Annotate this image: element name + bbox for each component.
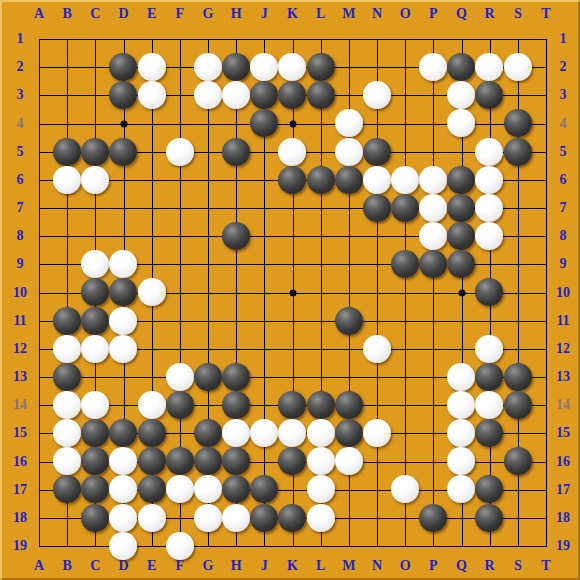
column-label-bottom: Q xyxy=(456,558,467,574)
intersection-S4 xyxy=(504,109,532,137)
black-stone xyxy=(504,363,532,391)
row-label-left: 7 xyxy=(17,200,24,216)
intersection-N3 xyxy=(363,81,391,109)
intersection-R14 xyxy=(475,391,503,419)
black-stone xyxy=(109,138,137,166)
intersection-D16 xyxy=(109,447,137,475)
intersection-B12 xyxy=(53,335,81,363)
column-label-top: O xyxy=(400,6,411,22)
intersection-S14 xyxy=(504,391,532,419)
intersection-B5 xyxy=(53,138,81,166)
black-stone xyxy=(278,166,306,194)
intersection-G13 xyxy=(194,363,222,391)
intersection-G16 xyxy=(194,447,222,475)
white-stone xyxy=(53,447,81,475)
white-stone xyxy=(475,53,503,81)
intersection-G15 xyxy=(194,419,222,447)
black-stone xyxy=(222,363,250,391)
intersection-B16 xyxy=(53,447,81,475)
black-stone xyxy=(222,138,250,166)
white-stone xyxy=(475,166,503,194)
intersection-L14 xyxy=(306,391,334,419)
intersection-F19 xyxy=(166,532,194,560)
intersection-N5 xyxy=(363,138,391,166)
black-stone xyxy=(335,307,363,335)
intersection-N6 xyxy=(363,166,391,194)
white-stone xyxy=(475,138,503,166)
white-stone xyxy=(81,391,109,419)
white-stone xyxy=(166,363,194,391)
intersection-H5 xyxy=(222,138,250,166)
intersection-R7 xyxy=(475,194,503,222)
white-stone xyxy=(419,194,447,222)
column-label-top: Q xyxy=(456,6,467,22)
column-label-bottom: R xyxy=(485,558,495,574)
intersection-D9 xyxy=(109,250,137,278)
black-stone xyxy=(81,504,109,532)
white-stone xyxy=(194,504,222,532)
row-label-left: 8 xyxy=(17,228,24,244)
white-stone xyxy=(391,166,419,194)
white-stone xyxy=(109,504,137,532)
intersection-O17 xyxy=(391,475,419,503)
black-stone xyxy=(250,504,278,532)
black-stone xyxy=(109,53,137,81)
intersection-S13 xyxy=(504,363,532,391)
white-stone xyxy=(475,391,503,419)
black-stone xyxy=(419,504,447,532)
row-label-right: 5 xyxy=(560,144,567,160)
white-stone xyxy=(109,475,137,503)
intersection-D11 xyxy=(109,306,137,334)
white-stone xyxy=(53,166,81,194)
white-stone xyxy=(447,81,475,109)
column-label-bottom: N xyxy=(372,558,382,574)
black-stone xyxy=(222,475,250,503)
intersection-M4 xyxy=(335,109,363,137)
row-label-right: 3 xyxy=(560,87,567,103)
black-stone xyxy=(81,307,109,335)
intersection-K16 xyxy=(278,447,306,475)
intersection-H3 xyxy=(222,81,250,109)
intersection-M6 xyxy=(335,166,363,194)
intersection-H17 xyxy=(222,475,250,503)
intersection-E16 xyxy=(138,447,166,475)
intersection-D10 xyxy=(109,278,137,306)
intersection-Q14 xyxy=(447,391,475,419)
row-label-left: 6 xyxy=(17,172,24,188)
intersection-N7 xyxy=(363,194,391,222)
column-label-bottom: J xyxy=(261,558,268,574)
column-label-bottom: L xyxy=(316,558,325,574)
intersection-J2 xyxy=(250,53,278,81)
intersection-R12 xyxy=(475,335,503,363)
intersection-Q7 xyxy=(447,194,475,222)
black-stone xyxy=(335,391,363,419)
white-stone xyxy=(363,166,391,194)
white-stone xyxy=(166,138,194,166)
column-label-top: G xyxy=(203,6,214,22)
column-label-top: D xyxy=(118,6,128,22)
white-stone xyxy=(475,335,503,363)
intersection-C14 xyxy=(81,391,109,419)
intersection-P6 xyxy=(419,166,447,194)
white-stone xyxy=(447,447,475,475)
white-stone xyxy=(81,335,109,363)
white-stone xyxy=(109,532,137,560)
intersection-P9 xyxy=(419,250,447,278)
white-stone xyxy=(475,222,503,250)
column-label-top: P xyxy=(429,6,438,22)
intersection-M14 xyxy=(335,391,363,419)
row-label-right: 8 xyxy=(560,228,567,244)
black-stone xyxy=(194,363,222,391)
intersection-K14 xyxy=(278,391,306,419)
intersection-R6 xyxy=(475,166,503,194)
black-stone xyxy=(335,419,363,447)
intersection-G3 xyxy=(194,81,222,109)
intersection-C9 xyxy=(81,250,109,278)
black-stone xyxy=(391,250,419,278)
stones-grid xyxy=(25,25,560,560)
black-stone xyxy=(222,447,250,475)
black-stone xyxy=(504,138,532,166)
black-stone xyxy=(53,307,81,335)
intersection-E17 xyxy=(138,475,166,503)
column-label-top: S xyxy=(514,6,522,22)
intersection-M5 xyxy=(335,138,363,166)
white-stone xyxy=(447,363,475,391)
white-stone xyxy=(138,504,166,532)
intersection-B14 xyxy=(53,391,81,419)
intersection-H16 xyxy=(222,447,250,475)
black-stone xyxy=(81,447,109,475)
column-label-top: C xyxy=(90,6,100,22)
white-stone xyxy=(335,109,363,137)
white-stone xyxy=(307,475,335,503)
intersection-F16 xyxy=(166,447,194,475)
white-stone xyxy=(138,53,166,81)
white-stone xyxy=(222,81,250,109)
white-stone xyxy=(363,419,391,447)
intersection-R10 xyxy=(475,278,503,306)
intersection-F5 xyxy=(166,138,194,166)
black-stone xyxy=(447,250,475,278)
intersection-K15 xyxy=(278,419,306,447)
white-stone xyxy=(363,335,391,363)
white-stone xyxy=(419,166,447,194)
intersection-N15 xyxy=(363,419,391,447)
row-label-left: 3 xyxy=(17,87,24,103)
black-stone xyxy=(307,53,335,81)
intersection-G2 xyxy=(194,53,222,81)
intersection-E3 xyxy=(138,81,166,109)
white-stone xyxy=(194,475,222,503)
intersection-M11 xyxy=(335,306,363,334)
intersection-J3 xyxy=(250,81,278,109)
row-label-right: 2 xyxy=(560,59,567,75)
black-stone xyxy=(504,447,532,475)
intersection-J17 xyxy=(250,475,278,503)
black-stone xyxy=(504,109,532,137)
white-stone xyxy=(391,475,419,503)
intersection-Q6 xyxy=(447,166,475,194)
white-stone xyxy=(447,109,475,137)
column-label-bottom: M xyxy=(342,558,355,574)
white-stone xyxy=(138,391,166,419)
intersection-C15 xyxy=(81,419,109,447)
intersection-D5 xyxy=(109,138,137,166)
white-stone xyxy=(419,53,447,81)
intersection-G17 xyxy=(194,475,222,503)
black-stone xyxy=(447,222,475,250)
intersection-B17 xyxy=(53,475,81,503)
white-stone xyxy=(447,475,475,503)
intersection-H8 xyxy=(222,222,250,250)
white-stone xyxy=(81,250,109,278)
white-stone xyxy=(53,335,81,363)
black-stone xyxy=(250,475,278,503)
intersection-Q17 xyxy=(447,475,475,503)
white-stone xyxy=(475,194,503,222)
white-stone xyxy=(307,504,335,532)
intersection-C16 xyxy=(81,447,109,475)
intersection-L18 xyxy=(306,504,334,532)
intersection-S5 xyxy=(504,138,532,166)
intersection-Q4 xyxy=(447,109,475,137)
white-stone xyxy=(109,447,137,475)
intersection-R15 xyxy=(475,419,503,447)
intersection-F14 xyxy=(166,391,194,419)
intersection-R5 xyxy=(475,138,503,166)
intersection-D19 xyxy=(109,532,137,560)
column-label-top: H xyxy=(231,6,242,22)
intersection-B13 xyxy=(53,363,81,391)
column-label-top: N xyxy=(372,6,382,22)
black-stone xyxy=(391,194,419,222)
white-stone xyxy=(307,419,335,447)
black-stone xyxy=(307,391,335,419)
intersection-Q13 xyxy=(447,363,475,391)
black-stone xyxy=(447,194,475,222)
black-stone xyxy=(222,222,250,250)
intersection-M16 xyxy=(335,447,363,475)
column-label-bottom: S xyxy=(514,558,522,574)
black-stone xyxy=(475,363,503,391)
intersection-D3 xyxy=(109,81,137,109)
white-stone xyxy=(335,447,363,475)
white-stone xyxy=(278,53,306,81)
intersection-P8 xyxy=(419,222,447,250)
black-stone xyxy=(194,447,222,475)
white-stone xyxy=(166,475,194,503)
intersection-Q2 xyxy=(447,53,475,81)
black-stone xyxy=(504,391,532,419)
intersection-H18 xyxy=(222,504,250,532)
black-stone xyxy=(419,250,447,278)
black-stone xyxy=(363,138,391,166)
black-stone xyxy=(81,419,109,447)
black-stone xyxy=(138,419,166,447)
black-stone xyxy=(447,166,475,194)
intersection-R8 xyxy=(475,222,503,250)
column-label-top: E xyxy=(147,6,156,22)
black-stone xyxy=(475,504,503,532)
intersection-K6 xyxy=(278,166,306,194)
black-stone xyxy=(475,81,503,109)
black-stone xyxy=(53,363,81,391)
intersection-R18 xyxy=(475,504,503,532)
intersection-E15 xyxy=(138,419,166,447)
intersection-P18 xyxy=(419,504,447,532)
column-label-top: F xyxy=(176,6,185,22)
column-label-bottom: B xyxy=(62,558,71,574)
intersection-R13 xyxy=(475,363,503,391)
black-stone xyxy=(222,53,250,81)
intersection-H14 xyxy=(222,391,250,419)
intersection-P2 xyxy=(419,53,447,81)
white-stone xyxy=(278,419,306,447)
black-stone xyxy=(250,109,278,137)
white-stone xyxy=(504,53,532,81)
white-stone xyxy=(53,391,81,419)
black-stone xyxy=(278,504,306,532)
white-stone xyxy=(194,53,222,81)
column-label-bottom: C xyxy=(90,558,100,574)
black-stone xyxy=(363,194,391,222)
intersection-C12 xyxy=(81,335,109,363)
white-stone xyxy=(250,53,278,81)
white-stone xyxy=(419,222,447,250)
black-stone xyxy=(109,81,137,109)
row-label-right: 6 xyxy=(560,172,567,188)
intersection-K5 xyxy=(278,138,306,166)
black-stone xyxy=(81,475,109,503)
intersection-L6 xyxy=(306,166,334,194)
column-label-top: J xyxy=(261,6,268,22)
black-stone xyxy=(250,81,278,109)
intersection-H13 xyxy=(222,363,250,391)
intersection-S2 xyxy=(504,53,532,81)
intersection-P7 xyxy=(419,194,447,222)
intersection-Q16 xyxy=(447,447,475,475)
white-stone xyxy=(109,307,137,335)
intersection-J15 xyxy=(250,419,278,447)
black-stone xyxy=(475,419,503,447)
white-stone xyxy=(194,81,222,109)
row-label-left: 1 xyxy=(17,31,24,47)
intersection-E10 xyxy=(138,278,166,306)
column-label-top: K xyxy=(287,6,298,22)
intersection-C5 xyxy=(81,138,109,166)
intersection-F17 xyxy=(166,475,194,503)
black-stone xyxy=(166,447,194,475)
black-stone xyxy=(53,138,81,166)
intersection-E2 xyxy=(138,53,166,81)
intersection-J18 xyxy=(250,504,278,532)
row-label-right: 7 xyxy=(560,200,567,216)
column-label-top: R xyxy=(485,6,495,22)
black-stone xyxy=(475,475,503,503)
intersection-O9 xyxy=(391,250,419,278)
column-label-bottom: K xyxy=(287,558,298,574)
white-stone xyxy=(307,447,335,475)
intersection-L15 xyxy=(306,419,334,447)
intersection-E14 xyxy=(138,391,166,419)
intersection-L3 xyxy=(306,81,334,109)
intersection-H15 xyxy=(222,419,250,447)
intersection-Q15 xyxy=(447,419,475,447)
intersection-R17 xyxy=(475,475,503,503)
black-stone xyxy=(166,391,194,419)
row-label-left: 4 xyxy=(17,116,24,132)
column-label-top: A xyxy=(34,6,44,22)
intersection-C6 xyxy=(81,166,109,194)
black-stone xyxy=(109,419,137,447)
black-stone xyxy=(81,138,109,166)
column-label-bottom: H xyxy=(231,558,242,574)
intersection-D2 xyxy=(109,53,137,81)
go-board[interactable]: AABBCCDDEEFFGGHHJJKKLLMMNNOOPPQQRRSSTT11… xyxy=(0,0,580,580)
intersection-N12 xyxy=(363,335,391,363)
row-label-left: 2 xyxy=(17,59,24,75)
intersection-H2 xyxy=(222,53,250,81)
black-stone xyxy=(307,81,335,109)
intersection-K18 xyxy=(278,504,306,532)
column-label-bottom: E xyxy=(147,558,156,574)
black-stone xyxy=(278,447,306,475)
intersection-O6 xyxy=(391,166,419,194)
column-label-bottom: P xyxy=(429,558,438,574)
intersection-K2 xyxy=(278,53,306,81)
white-stone xyxy=(166,532,194,560)
white-stone xyxy=(447,391,475,419)
intersection-D15 xyxy=(109,419,137,447)
white-stone xyxy=(109,335,137,363)
intersection-C10 xyxy=(81,278,109,306)
intersection-B6 xyxy=(53,166,81,194)
black-stone xyxy=(53,475,81,503)
intersection-C11 xyxy=(81,306,109,334)
black-stone xyxy=(278,391,306,419)
intersection-M15 xyxy=(335,419,363,447)
black-stone xyxy=(222,391,250,419)
intersection-K3 xyxy=(278,81,306,109)
intersection-Q8 xyxy=(447,222,475,250)
column-label-top: L xyxy=(316,6,325,22)
white-stone xyxy=(363,81,391,109)
column-label-top: B xyxy=(62,6,71,22)
black-stone xyxy=(138,447,166,475)
column-label-bottom: A xyxy=(34,558,44,574)
intersection-D17 xyxy=(109,475,137,503)
row-label-left: 9 xyxy=(17,256,24,272)
column-label-bottom: O xyxy=(400,558,411,574)
white-stone xyxy=(138,81,166,109)
column-label-bottom: G xyxy=(203,558,214,574)
intersection-C17 xyxy=(81,475,109,503)
column-label-top: M xyxy=(342,6,355,22)
white-stone xyxy=(278,138,306,166)
intersection-D12 xyxy=(109,335,137,363)
column-label-bottom: T xyxy=(541,558,550,574)
intersection-S16 xyxy=(504,447,532,475)
intersection-B11 xyxy=(53,306,81,334)
intersection-Q9 xyxy=(447,250,475,278)
black-stone xyxy=(138,475,166,503)
white-stone xyxy=(447,419,475,447)
black-stone xyxy=(109,278,137,306)
